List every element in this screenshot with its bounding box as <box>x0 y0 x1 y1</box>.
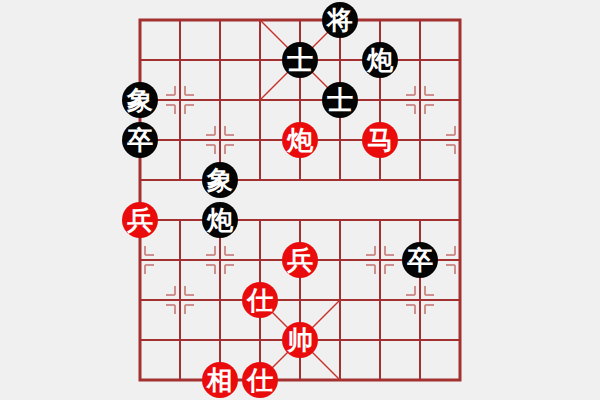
piece-black-general[interactable]: 将 <box>322 2 358 38</box>
piece-red-elephant[interactable]: 相 <box>202 362 238 398</box>
xiangqi-board[interactable]: 将士炮象士卒炮马象兵炮兵卒仕帅相仕 <box>120 0 480 400</box>
piece-black-elephant[interactable]: 象 <box>122 82 158 118</box>
piece-black-cannon[interactable]: 炮 <box>362 42 398 78</box>
piece-black-soldier[interactable]: 卒 <box>402 242 438 278</box>
piece-red-advisor[interactable]: 仕 <box>242 362 278 398</box>
piece-black-advisor[interactable]: 士 <box>282 42 318 78</box>
piece-red-soldier[interactable]: 兵 <box>122 202 158 238</box>
piece-red-cannon[interactable]: 炮 <box>282 122 318 158</box>
piece-black-elephant[interactable]: 象 <box>202 162 238 198</box>
piece-red-advisor[interactable]: 仕 <box>242 282 278 318</box>
piece-red-horse[interactable]: 马 <box>362 122 398 158</box>
piece-black-advisor[interactable]: 士 <box>322 82 358 118</box>
xiangqi-app-screen: 将士炮象士卒炮马象兵炮兵卒仕帅相仕 <box>0 0 600 400</box>
piece-red-general[interactable]: 帅 <box>282 322 318 358</box>
piece-black-soldier[interactable]: 卒 <box>122 122 158 158</box>
piece-red-soldier[interactable]: 兵 <box>282 242 318 278</box>
piece-black-cannon[interactable]: 炮 <box>202 202 238 238</box>
